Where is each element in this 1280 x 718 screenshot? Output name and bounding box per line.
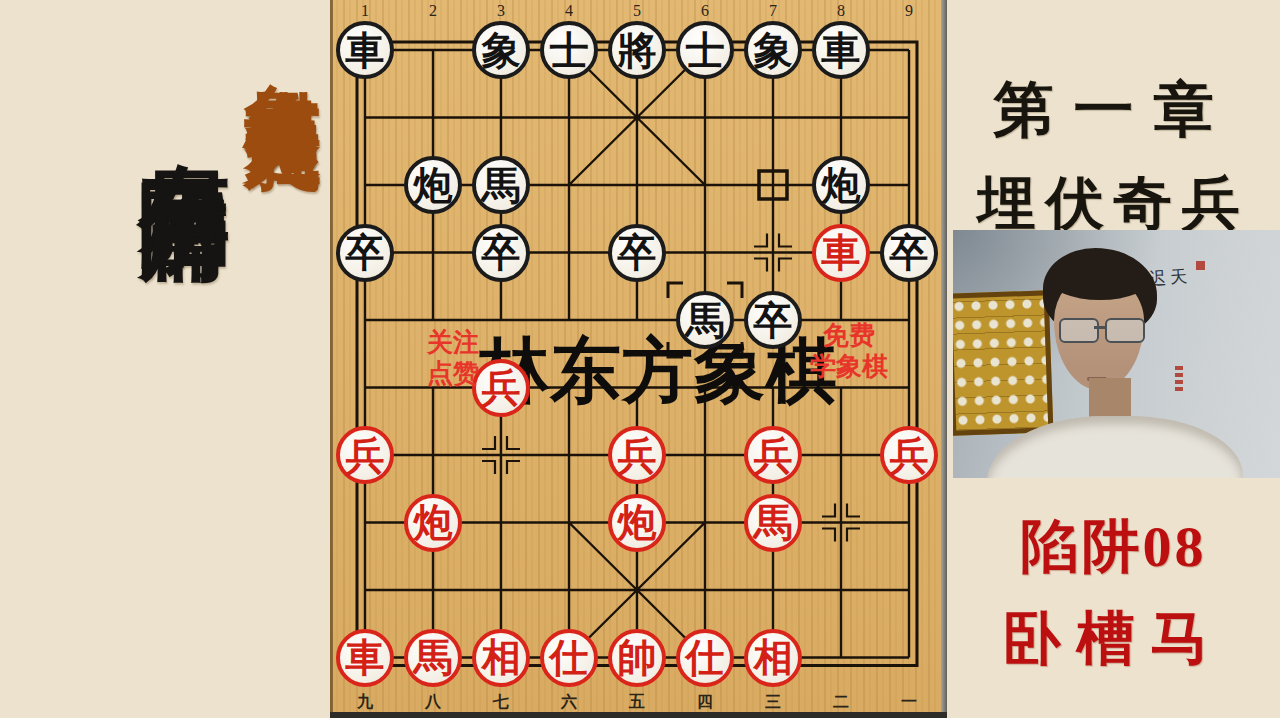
piece-black-馬: 馬 (472, 156, 530, 214)
wall-xiangqi-demo-board (953, 290, 1053, 435)
piece-red-炮: 炮 (404, 494, 462, 552)
piece-black-象: 象 (472, 21, 530, 79)
piece-black-炮: 炮 (812, 156, 870, 214)
file-label-bottom: 八 (421, 692, 445, 713)
piece-red-兵: 兵 (336, 426, 394, 484)
piece-red-仕: 仕 (540, 629, 598, 687)
piece-red-兵: 兵 (880, 426, 938, 484)
file-label-bottom: 六 (557, 692, 581, 713)
xiangqi-board: 123456789 九八七六五四三二一 林东方象棋 关注 点赞 免费 学象棋 車… (330, 0, 947, 718)
piece-red-兵: 兵 (744, 426, 802, 484)
file-label-bottom: 四 (693, 692, 717, 713)
file-label-bottom: 九 (353, 692, 377, 713)
trap-name: 卧槽马 (947, 600, 1280, 678)
file-label-top: 5 (625, 2, 649, 20)
presenter-hair-fringe (1049, 258, 1151, 300)
chapter-number: 第一章 (947, 70, 1280, 151)
glasses-bridge (1094, 326, 1106, 329)
glasses-left-lens (1059, 318, 1099, 343)
piece-black-卒: 卒 (880, 224, 938, 282)
piece-black-車: 車 (336, 21, 394, 79)
piece-red-兵: 兵 (608, 426, 666, 484)
piece-black-士: 士 (676, 21, 734, 79)
piece-black-馬: 馬 (676, 291, 734, 349)
right-panel: 第一章 埋伏奇兵 迟天 陷阱08 卧槽马 (947, 0, 1280, 718)
piece-red-帥: 帥 (608, 629, 666, 687)
wall-red-seal (1196, 261, 1205, 270)
file-label-top: 9 (897, 2, 921, 20)
piece-black-將: 將 (608, 21, 666, 79)
volume-title: 布局陷阱篇 (122, 90, 246, 130)
trap-number: 陷阱08 (947, 508, 1280, 586)
piece-red-炮: 炮 (608, 494, 666, 552)
promo-free-learn: 免费 学象棋 (794, 320, 904, 382)
promo-follow-like: 关注 点赞 (416, 327, 490, 389)
series-title: 象棋布局速胜飞刀 (231, 22, 335, 70)
video-frame: 布局陷阱篇 象棋布局速胜飞刀 123456789 九八七六五四三二一 林东方象棋… (0, 0, 1280, 718)
file-label-top: 1 (353, 2, 377, 20)
file-label-bottom: 一 (897, 692, 921, 713)
file-label-top: 2 (421, 2, 445, 20)
piece-red-車: 車 (812, 224, 870, 282)
promo-learn: 学象棋 (794, 351, 904, 382)
piece-red-相: 相 (744, 629, 802, 687)
file-label-top: 6 (693, 2, 717, 20)
file-label-bottom: 二 (829, 692, 853, 713)
piece-black-象: 象 (744, 21, 802, 79)
file-label-bottom: 五 (625, 692, 649, 713)
promo-like: 点赞 (416, 358, 490, 389)
piece-black-車: 車 (812, 21, 870, 79)
promo-follow: 关注 (416, 327, 490, 358)
piece-red-相: 相 (472, 629, 530, 687)
piece-black-卒: 卒 (608, 224, 666, 282)
file-label-top: 4 (557, 2, 581, 20)
piece-black-卒: 卒 (472, 224, 530, 282)
piece-red-車: 車 (336, 629, 394, 687)
piece-red-馬: 馬 (744, 494, 802, 552)
chapter-title: 第一章 埋伏奇兵 (947, 70, 1280, 243)
board-right-edge (941, 0, 947, 718)
piece-black-士: 士 (540, 21, 598, 79)
wall-red-seal-small (1175, 366, 1183, 392)
piece-black-炮: 炮 (404, 156, 462, 214)
file-label-bottom: 七 (489, 692, 513, 713)
board-bottom-edge (330, 712, 947, 718)
file-label-top: 7 (761, 2, 785, 20)
glasses-right-lens (1105, 318, 1145, 343)
file-label-top: 8 (829, 2, 853, 20)
file-label-bottom: 三 (761, 692, 785, 713)
piece-black-卒: 卒 (336, 224, 394, 282)
file-label-top: 3 (489, 2, 513, 20)
piece-red-仕: 仕 (676, 629, 734, 687)
board-left-edge (330, 0, 333, 718)
webcam-video: 迟天 (953, 230, 1280, 478)
piece-red-馬: 馬 (404, 629, 462, 687)
promo-free: 免费 (794, 320, 904, 351)
trap-title: 陷阱08 卧槽马 (947, 508, 1280, 678)
